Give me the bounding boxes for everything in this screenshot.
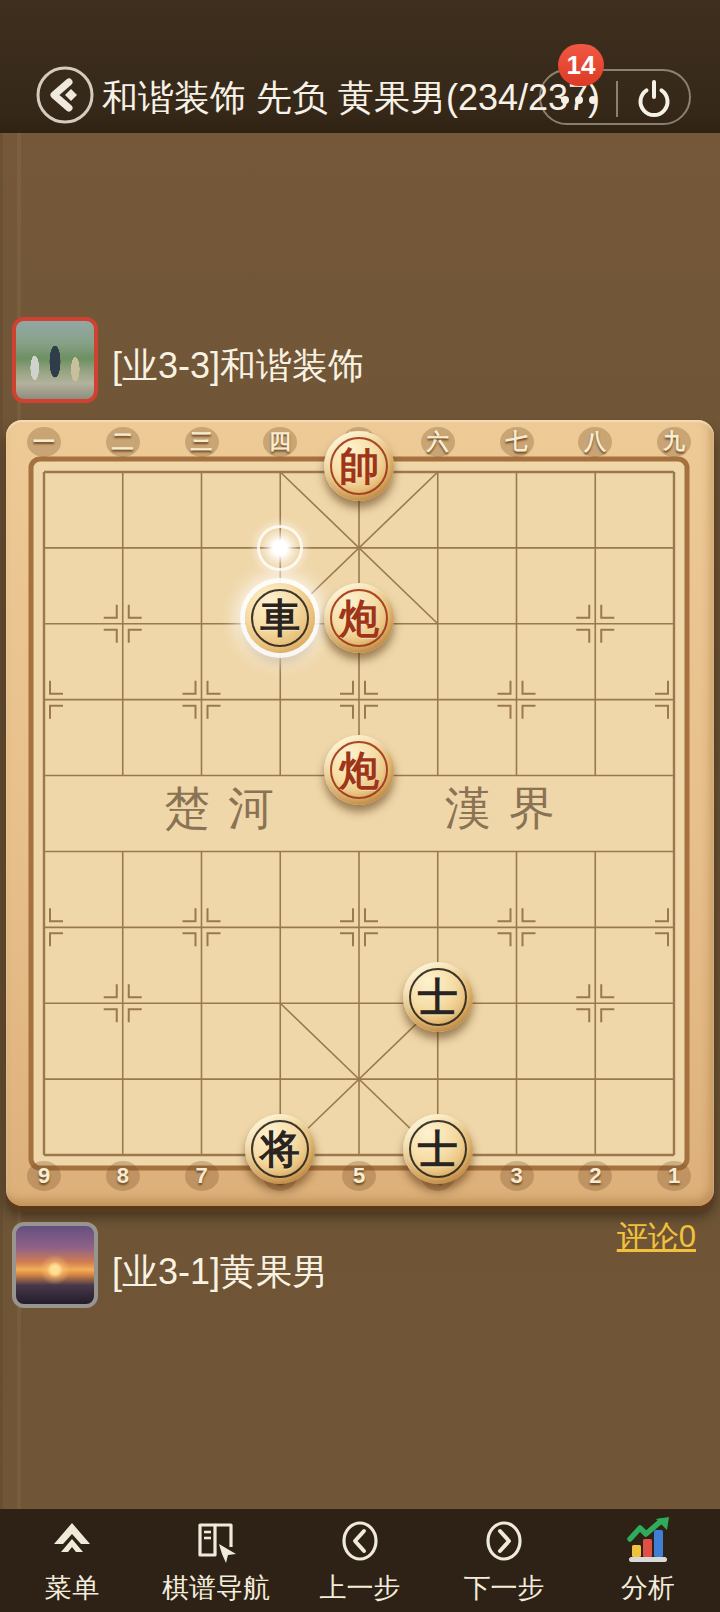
nav-label: 下一步 — [432, 1570, 576, 1606]
nav-game-record[interactable]: 棋谱导航 — [144, 1509, 288, 1612]
nav-menu[interactable]: 菜单 — [0, 1509, 144, 1612]
piece-glyph: 炮 — [324, 583, 394, 653]
piece-red-cannon[interactable]: 炮 — [324, 735, 394, 805]
board-grid — [6, 420, 714, 1206]
notification-badge: 14 — [558, 44, 604, 86]
nav-label: 上一步 — [288, 1570, 432, 1606]
nav-label: 菜单 — [0, 1570, 144, 1606]
nav-prev-move[interactable]: 上一步 — [288, 1509, 432, 1612]
piece-black-advisor[interactable]: 士 — [403, 962, 473, 1032]
analysis-chart-icon — [623, 1517, 673, 1565]
piece-black-advisor[interactable]: 士 — [403, 1114, 473, 1184]
top-bar: 和谐装饰 先负 黄果男(234/237) 14 — [0, 0, 720, 133]
bottom-nav: 菜单 棋谱导航 上一步 下一步 — [0, 1509, 720, 1612]
file-label-bottom: 5 — [342, 1161, 376, 1191]
piece-black-general[interactable]: 将 — [245, 1114, 315, 1184]
piece-glyph: 士 — [403, 962, 473, 1032]
file-label-bottom: 3 — [500, 1161, 534, 1191]
exit-button[interactable] — [617, 71, 691, 127]
file-label-top: 一 — [27, 427, 61, 457]
piece-red-general[interactable]: 帥 — [324, 431, 394, 501]
dot-icon — [561, 96, 569, 104]
file-label-bottom: 7 — [185, 1161, 219, 1191]
comments-link[interactable]: 评论0 — [617, 1216, 696, 1258]
piece-glyph: 帥 — [324, 431, 394, 501]
bottom-player-name: [业3-1]黄果男 — [112, 1248, 328, 1297]
nav-label: 棋谱导航 — [144, 1570, 288, 1606]
dot-icon — [575, 96, 583, 104]
top-player-name: [业3-3]和谐装饰 — [112, 342, 364, 391]
back-button[interactable] — [34, 64, 96, 126]
app-screen: 和谐装饰 先负 黄果男(234/237) 14 [业3-3]和谐装饰 楚河 漢界… — [0, 0, 720, 1612]
piece-black-chariot[interactable]: 車 — [245, 583, 315, 653]
last-move-from-marker — [257, 525, 303, 571]
prev-move-icon — [336, 1517, 384, 1565]
file-label-top: 三 — [185, 427, 219, 457]
river-label-right: 漢界 — [410, 781, 590, 837]
piece-glyph: 将 — [245, 1114, 315, 1184]
piece-glyph: 士 — [403, 1114, 473, 1184]
page-title: 和谐装饰 先负 黄果男(234/237) — [102, 74, 600, 123]
piece-red-cannon[interactable]: 炮 — [324, 583, 394, 653]
piece-glyph: 炮 — [324, 735, 394, 805]
file-label-top: 九 — [657, 427, 691, 457]
file-label-bottom: 9 — [27, 1161, 61, 1191]
top-player-avatar[interactable] — [12, 317, 98, 403]
back-icon — [34, 64, 96, 126]
next-move-icon — [480, 1517, 528, 1565]
nav-next-move[interactable]: 下一步 — [432, 1509, 576, 1612]
piece-glyph: 車 — [245, 583, 315, 653]
nav-analysis[interactable]: 分析 — [576, 1509, 720, 1612]
file-label-bottom: 8 — [106, 1161, 140, 1191]
river-label-left: 楚河 — [129, 781, 309, 837]
power-icon — [617, 71, 691, 127]
file-label-bottom: 1 — [657, 1161, 691, 1191]
file-label-top: 二 — [106, 427, 140, 457]
menu-up-icon — [48, 1517, 96, 1565]
file-label-top: 六 — [421, 427, 455, 457]
xiangqi-board[interactable]: 楚河 漢界 一二三四五六七八九987654321帥車炮炮士将士 — [6, 420, 714, 1206]
file-label-top: 七 — [500, 427, 534, 457]
book-nav-icon — [191, 1517, 241, 1565]
nav-label: 分析 — [576, 1570, 720, 1606]
bottom-player-avatar[interactable] — [12, 1222, 98, 1308]
dot-icon — [589, 96, 597, 104]
